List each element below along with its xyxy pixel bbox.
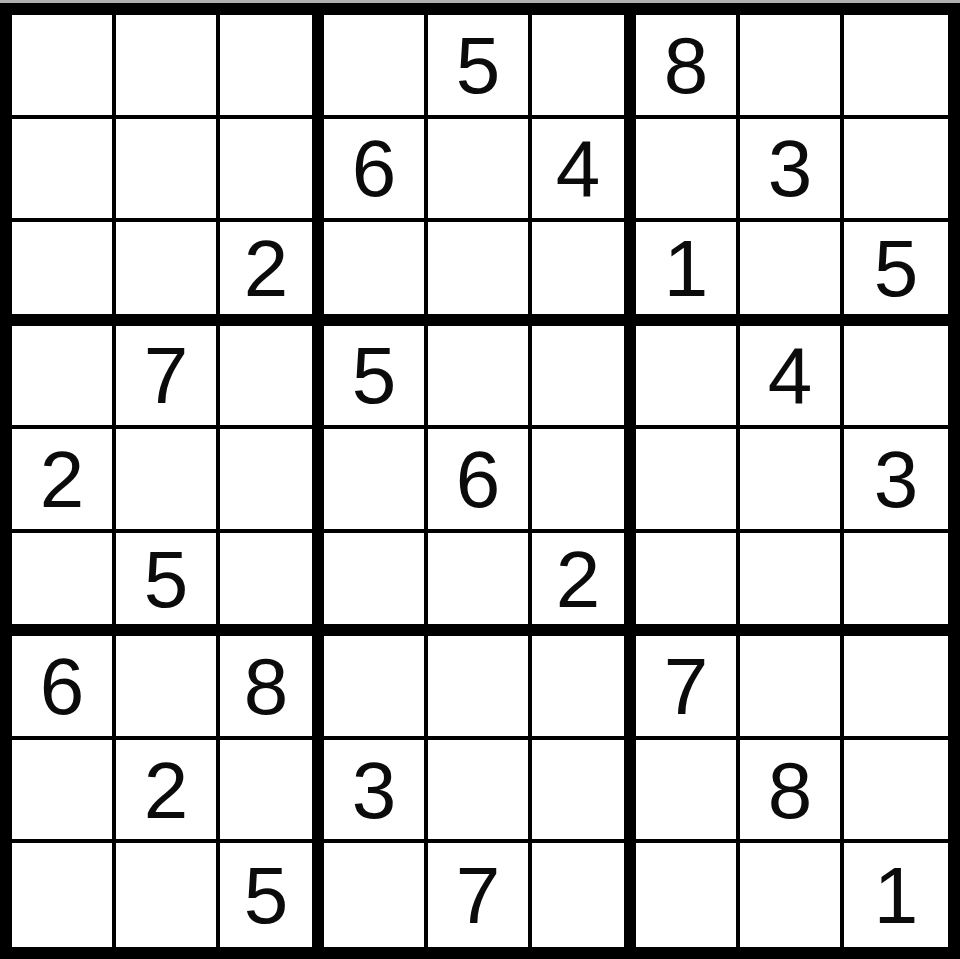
cell-r8c1[interactable] bbox=[12, 740, 116, 844]
cell-r5c4[interactable] bbox=[324, 429, 428, 533]
cell-r3c1[interactable] bbox=[12, 222, 116, 326]
cell-r2c5[interactable] bbox=[428, 119, 532, 223]
cell-r4c6[interactable] bbox=[532, 326, 636, 430]
cell-r3c4[interactable] bbox=[324, 222, 428, 326]
given-digit: 1 bbox=[874, 856, 919, 936]
given-digit: 2 bbox=[144, 751, 189, 831]
cell-r8c7[interactable] bbox=[636, 740, 740, 844]
cell-r5c5[interactable]: 6 bbox=[428, 429, 532, 533]
cell-r9c4[interactable] bbox=[324, 843, 428, 947]
given-digit: 2 bbox=[40, 440, 85, 520]
given-digit: 2 bbox=[556, 540, 601, 620]
cell-r3c6[interactable] bbox=[532, 222, 636, 326]
cell-r7c9[interactable] bbox=[844, 636, 948, 740]
cell-r7c4[interactable] bbox=[324, 636, 428, 740]
cell-r7c6[interactable] bbox=[532, 636, 636, 740]
cell-r9c1[interactable] bbox=[12, 843, 116, 947]
cell-r4c8[interactable]: 4 bbox=[740, 326, 844, 430]
cell-r3c9[interactable]: 5 bbox=[844, 222, 948, 326]
given-digit: 6 bbox=[40, 647, 85, 727]
cell-r9c2[interactable] bbox=[116, 843, 220, 947]
given-digit: 8 bbox=[244, 647, 289, 727]
given-digit: 8 bbox=[664, 26, 709, 106]
cell-r3c8[interactable] bbox=[740, 222, 844, 326]
cell-r6c5[interactable] bbox=[428, 533, 532, 637]
cell-r8c5[interactable] bbox=[428, 740, 532, 844]
cell-r9c6[interactable] bbox=[532, 843, 636, 947]
given-digit: 7 bbox=[144, 336, 189, 416]
given-digit: 5 bbox=[456, 26, 501, 106]
cell-r3c5[interactable] bbox=[428, 222, 532, 326]
cell-r9c9[interactable]: 1 bbox=[844, 843, 948, 947]
cell-r5c2[interactable] bbox=[116, 429, 220, 533]
cell-r1c3[interactable] bbox=[220, 15, 324, 119]
cell-r8c8[interactable]: 8 bbox=[740, 740, 844, 844]
cell-r7c2[interactable] bbox=[116, 636, 220, 740]
cell-r8c3[interactable] bbox=[220, 740, 324, 844]
given-digit: 4 bbox=[556, 129, 601, 209]
cell-r1c4[interactable] bbox=[324, 15, 428, 119]
given-digit: 3 bbox=[874, 440, 919, 520]
given-digit: 5 bbox=[352, 336, 397, 416]
given-digit: 3 bbox=[352, 751, 397, 831]
cell-r1c7[interactable]: 8 bbox=[636, 15, 740, 119]
cell-r6c9[interactable] bbox=[844, 533, 948, 637]
cell-r3c3[interactable]: 2 bbox=[220, 222, 324, 326]
cell-r1c8[interactable] bbox=[740, 15, 844, 119]
given-digit: 2 bbox=[244, 229, 289, 309]
cell-r6c7[interactable] bbox=[636, 533, 740, 637]
cell-r2c6[interactable]: 4 bbox=[532, 119, 636, 223]
cell-r1c6[interactable] bbox=[532, 15, 636, 119]
given-digit: 5 bbox=[874, 229, 919, 309]
cell-r9c5[interactable]: 7 bbox=[428, 843, 532, 947]
cell-r2c1[interactable] bbox=[12, 119, 116, 223]
given-digit: 8 bbox=[768, 751, 813, 831]
cell-r4c9[interactable] bbox=[844, 326, 948, 430]
cell-r6c4[interactable] bbox=[324, 533, 428, 637]
cell-r5c6[interactable] bbox=[532, 429, 636, 533]
cell-r4c5[interactable] bbox=[428, 326, 532, 430]
cell-r5c1[interactable]: 2 bbox=[12, 429, 116, 533]
cell-r2c8[interactable]: 3 bbox=[740, 119, 844, 223]
given-digit: 5 bbox=[144, 540, 189, 620]
given-digit: 5 bbox=[244, 856, 289, 936]
cell-r1c2[interactable] bbox=[116, 15, 220, 119]
cell-r5c8[interactable] bbox=[740, 429, 844, 533]
given-digit: 1 bbox=[664, 229, 709, 309]
given-digit: 3 bbox=[768, 129, 813, 209]
cell-r4c2[interactable]: 7 bbox=[116, 326, 220, 430]
cell-r7c7[interactable]: 7 bbox=[636, 636, 740, 740]
cell-r1c9[interactable] bbox=[844, 15, 948, 119]
cell-r2c4[interactable]: 6 bbox=[324, 119, 428, 223]
cell-r7c8[interactable] bbox=[740, 636, 844, 740]
sudoku-board: 5864321575426352687238571 bbox=[0, 3, 960, 959]
cell-r4c7[interactable] bbox=[636, 326, 740, 430]
cell-r6c6[interactable]: 2 bbox=[532, 533, 636, 637]
given-digit: 6 bbox=[352, 129, 397, 209]
sudoku-page: 5864321575426352687238571 bbox=[0, 0, 960, 959]
cell-r8c2[interactable]: 2 bbox=[116, 740, 220, 844]
cell-r2c7[interactable] bbox=[636, 119, 740, 223]
cell-r7c3[interactable]: 8 bbox=[220, 636, 324, 740]
cell-r5c3[interactable] bbox=[220, 429, 324, 533]
cell-r4c4[interactable]: 5 bbox=[324, 326, 428, 430]
cell-r2c2[interactable] bbox=[116, 119, 220, 223]
cell-r9c8[interactable] bbox=[740, 843, 844, 947]
cell-r8c9[interactable] bbox=[844, 740, 948, 844]
cell-r9c7[interactable] bbox=[636, 843, 740, 947]
cell-r6c1[interactable] bbox=[12, 533, 116, 637]
cell-r6c8[interactable] bbox=[740, 533, 844, 637]
cell-r3c7[interactable]: 1 bbox=[636, 222, 740, 326]
cell-r5c9[interactable]: 3 bbox=[844, 429, 948, 533]
cell-r2c9[interactable] bbox=[844, 119, 948, 223]
cell-r1c1[interactable] bbox=[12, 15, 116, 119]
cell-r4c1[interactable] bbox=[12, 326, 116, 430]
cell-r7c1[interactable]: 6 bbox=[12, 636, 116, 740]
cell-r5c7[interactable] bbox=[636, 429, 740, 533]
given-digit: 4 bbox=[768, 336, 813, 416]
cell-r9c3[interactable]: 5 bbox=[220, 843, 324, 947]
cell-r6c3[interactable] bbox=[220, 533, 324, 637]
given-digit: 6 bbox=[456, 440, 501, 520]
given-digit: 7 bbox=[664, 647, 709, 727]
cell-r7c5[interactable] bbox=[428, 636, 532, 740]
given-digit: 7 bbox=[456, 856, 501, 936]
cell-r3c2[interactable] bbox=[116, 222, 220, 326]
cell-r1c5[interactable]: 5 bbox=[428, 15, 532, 119]
cell-r6c2[interactable]: 5 bbox=[116, 533, 220, 637]
cell-r8c6[interactable] bbox=[532, 740, 636, 844]
cell-r2c3[interactable] bbox=[220, 119, 324, 223]
cell-r8c4[interactable]: 3 bbox=[324, 740, 428, 844]
cell-r4c3[interactable] bbox=[220, 326, 324, 430]
